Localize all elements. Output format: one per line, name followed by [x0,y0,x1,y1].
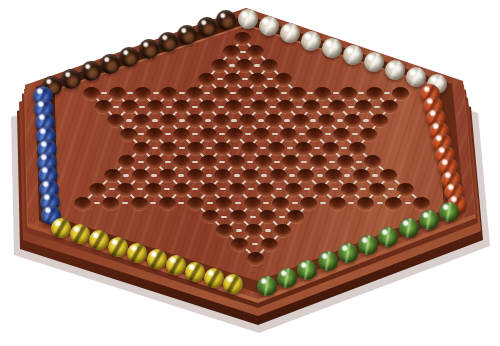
black-marble-8[interactable] [177,25,197,45]
clear-marble-5[interactable] [322,38,342,58]
yellow-marble-10[interactable] [223,274,243,294]
clear-marble-1[interactable] [238,9,258,29]
black-marble-2[interactable] [61,69,81,89]
black-marble-6[interactable] [139,39,159,59]
clear-marble-2[interactable] [259,16,279,36]
black-marble-3[interactable] [81,61,101,81]
black-marble-9[interactable] [197,17,217,37]
clear-marble-8[interactable] [385,60,405,80]
yellow-marble-4[interactable] [108,237,128,257]
green-marble-3[interactable] [297,260,317,280]
green-marble-7[interactable] [378,227,398,247]
green-marble-2[interactable] [277,268,297,288]
yellow-marble-7[interactable] [166,255,186,275]
black-marble-5[interactable] [119,47,139,67]
yellow-marble-2[interactable] [70,224,90,244]
yellow-marble-5[interactable] [127,243,147,263]
black-marble-4[interactable] [100,54,120,74]
clear-marble-4[interactable] [301,31,321,51]
tray-marbles-layer [0,0,500,346]
green-marble-6[interactable] [358,235,378,255]
yellow-marble-1[interactable] [51,218,71,238]
chinese-checkers-board-photo [0,0,500,346]
green-marble-4[interactable] [318,251,338,271]
green-marble-5[interactable] [338,243,358,263]
black-marble-10[interactable] [216,10,236,30]
clear-marble-7[interactable] [364,52,384,72]
green-marble-10[interactable] [439,202,459,222]
yellow-marble-6[interactable] [147,249,167,269]
yellow-marble-8[interactable] [185,262,205,282]
clear-marble-9[interactable] [406,67,426,87]
black-marble-7[interactable] [158,32,178,52]
green-marble-1[interactable] [257,276,277,296]
green-marble-8[interactable] [399,218,419,238]
yellow-marble-3[interactable] [89,230,109,250]
clear-marble-3[interactable] [280,23,300,43]
green-marble-9[interactable] [419,210,439,230]
yellow-marble-9[interactable] [204,268,224,288]
clear-marble-6[interactable] [343,45,363,65]
